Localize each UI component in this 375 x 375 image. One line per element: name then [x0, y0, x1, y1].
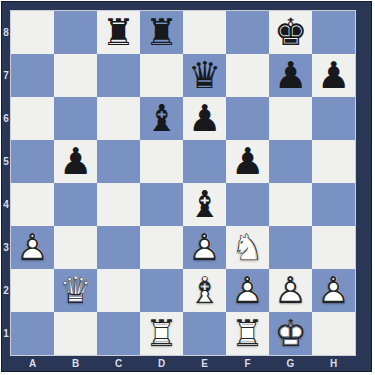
square-g2[interactable]: ♟♙	[269, 269, 312, 312]
piece-black-rook[interactable]: ♜	[140, 11, 183, 54]
square-b1[interactable]	[54, 312, 97, 355]
square-a8[interactable]	[11, 11, 54, 54]
bishop-outline-icon: ♗	[183, 269, 226, 312]
square-e5[interactable]	[183, 140, 226, 183]
square-d5[interactable]	[140, 140, 183, 183]
square-a6[interactable]	[11, 97, 54, 140]
piece-white-rook[interactable]: ♜♖	[226, 312, 269, 355]
piece-white-bishop[interactable]: ♝♗	[183, 269, 226, 312]
square-c5[interactable]	[97, 140, 140, 183]
file-label-g: G	[269, 356, 312, 371]
board-border: ♜♜♚♛♟♟♝♟♟♟♝♟♙♟♙♞♘♛♕♝♗♟♙♟♙♟♙♜♖♜♖♚♔	[10, 10, 356, 356]
square-f1[interactable]: ♜♖	[226, 312, 269, 355]
square-h3[interactable]	[312, 226, 355, 269]
square-e4[interactable]: ♝	[183, 183, 226, 226]
square-e2[interactable]: ♝♗	[183, 269, 226, 312]
square-d8[interactable]: ♜	[140, 11, 183, 54]
pawn-outline-icon: ♙	[11, 226, 54, 269]
square-a4[interactable]	[11, 183, 54, 226]
square-d4[interactable]	[140, 183, 183, 226]
piece-white-pawn[interactable]: ♟♙	[312, 269, 355, 312]
square-a5[interactable]	[11, 140, 54, 183]
piece-white-knight[interactable]: ♞♘	[226, 226, 269, 269]
piece-white-pawn[interactable]: ♟♙	[183, 226, 226, 269]
file-label-c: C	[97, 356, 140, 371]
square-a7[interactable]	[11, 54, 54, 97]
square-g7[interactable]: ♟	[269, 54, 312, 97]
bishop-icon: ♝	[140, 97, 183, 140]
square-d3[interactable]	[140, 226, 183, 269]
square-h1[interactable]	[312, 312, 355, 355]
square-a3[interactable]: ♟♙	[11, 226, 54, 269]
square-c3[interactable]	[97, 226, 140, 269]
pawn-icon: ♟	[312, 54, 355, 97]
square-g5[interactable]	[269, 140, 312, 183]
square-g6[interactable]	[269, 97, 312, 140]
square-c8[interactable]: ♜	[97, 11, 140, 54]
square-e7[interactable]: ♛	[183, 54, 226, 97]
file-labels: ABCDEFGH	[11, 356, 355, 371]
square-d1[interactable]: ♜♖	[140, 312, 183, 355]
square-b6[interactable]	[54, 97, 97, 140]
square-f3[interactable]: ♞♘	[226, 226, 269, 269]
square-b8[interactable]	[54, 11, 97, 54]
piece-black-queen[interactable]: ♛	[183, 54, 226, 97]
chessboard: ♜♜♚♛♟♟♝♟♟♟♝♟♙♟♙♞♘♛♕♝♗♟♙♟♙♟♙♜♖♜♖♚♔	[11, 11, 355, 355]
square-f4[interactable]	[226, 183, 269, 226]
square-h4[interactable]	[312, 183, 355, 226]
square-g1[interactable]: ♚♔	[269, 312, 312, 355]
piece-black-bishop[interactable]: ♝	[140, 97, 183, 140]
square-f5[interactable]: ♟	[226, 140, 269, 183]
piece-black-pawn[interactable]: ♟	[54, 140, 97, 183]
square-d2[interactable]	[140, 269, 183, 312]
square-c7[interactable]	[97, 54, 140, 97]
square-b7[interactable]	[54, 54, 97, 97]
knight-outline-icon: ♘	[226, 226, 269, 269]
square-h6[interactable]	[312, 97, 355, 140]
pawn-icon: ♟	[269, 54, 312, 97]
file-label-f: F	[226, 356, 269, 371]
king-icon: ♚	[269, 11, 312, 54]
square-h8[interactable]	[312, 11, 355, 54]
rook-icon: ♜	[97, 11, 140, 54]
rook-outline-icon: ♖	[226, 312, 269, 355]
square-b5[interactable]: ♟	[54, 140, 97, 183]
square-g4[interactable]	[269, 183, 312, 226]
square-f7[interactable]	[226, 54, 269, 97]
pawn-outline-icon: ♙	[183, 226, 226, 269]
square-e1[interactable]	[183, 312, 226, 355]
square-c1[interactable]	[97, 312, 140, 355]
file-label-a: A	[11, 356, 54, 371]
piece-white-pawn[interactable]: ♟♙	[226, 269, 269, 312]
piece-white-pawn[interactable]: ♟♙	[269, 269, 312, 312]
square-a1[interactable]	[11, 312, 54, 355]
pawn-outline-icon: ♙	[312, 269, 355, 312]
square-a2[interactable]	[11, 269, 54, 312]
piece-black-pawn[interactable]: ♟	[183, 97, 226, 140]
square-b3[interactable]	[54, 226, 97, 269]
piece-white-queen[interactable]: ♛♕	[54, 269, 97, 312]
piece-white-king[interactable]: ♚♔	[269, 312, 312, 355]
chess-diagram-page: { "game": "chess", "position": { "fen": …	[0, 0, 375, 375]
square-g8[interactable]: ♚	[269, 11, 312, 54]
piece-white-pawn[interactable]: ♟♙	[11, 226, 54, 269]
square-f6[interactable]	[226, 97, 269, 140]
square-c6[interactable]	[97, 97, 140, 140]
queen-outline-icon: ♕	[54, 269, 97, 312]
rook-icon: ♜	[140, 11, 183, 54]
king-outline-icon: ♔	[269, 312, 312, 355]
piece-black-pawn[interactable]: ♟	[312, 54, 355, 97]
square-h5[interactable]	[312, 140, 355, 183]
square-f2[interactable]: ♟♙	[226, 269, 269, 312]
piece-black-king[interactable]: ♚	[269, 11, 312, 54]
pawn-outline-icon: ♙	[226, 269, 269, 312]
piece-white-rook[interactable]: ♜♖	[140, 312, 183, 355]
piece-black-pawn[interactable]: ♟	[269, 54, 312, 97]
square-d7[interactable]	[140, 54, 183, 97]
pawn-outline-icon: ♙	[269, 269, 312, 312]
file-label-e: E	[183, 356, 226, 371]
square-h2[interactable]: ♟♙	[312, 269, 355, 312]
bishop-icon: ♝	[183, 183, 226, 226]
square-b4[interactable]	[54, 183, 97, 226]
pawn-icon: ♟	[183, 97, 226, 140]
square-d6[interactable]: ♝	[140, 97, 183, 140]
square-e6[interactable]: ♟	[183, 97, 226, 140]
file-label-h: H	[312, 356, 355, 371]
file-label-d: D	[140, 356, 183, 371]
square-b2[interactable]: ♛♕	[54, 269, 97, 312]
pawn-icon: ♟	[226, 140, 269, 183]
piece-black-bishop[interactable]: ♝	[183, 183, 226, 226]
queen-icon: ♛	[183, 54, 226, 97]
square-g3[interactable]	[269, 226, 312, 269]
square-c4[interactable]	[97, 183, 140, 226]
square-f8[interactable]	[226, 11, 269, 54]
square-e3[interactable]: ♟♙	[183, 226, 226, 269]
square-c2[interactable]	[97, 269, 140, 312]
square-e8[interactable]	[183, 11, 226, 54]
piece-black-pawn[interactable]: ♟	[226, 140, 269, 183]
piece-black-rook[interactable]: ♜	[97, 11, 140, 54]
pawn-icon: ♟	[54, 140, 97, 183]
file-label-b: B	[54, 356, 97, 371]
rook-outline-icon: ♖	[140, 312, 183, 355]
square-h7[interactable]: ♟	[312, 54, 355, 97]
